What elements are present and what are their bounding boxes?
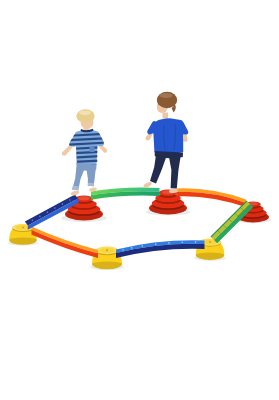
- orange-front-beam-top-face: [32, 227, 99, 254]
- balance-beam-orange-back: [177, 188, 247, 207]
- toddler-pocket: [90, 147, 95, 153]
- toddler: [62, 109, 109, 196]
- boy-pants: [150, 151, 183, 189]
- boy-back-leg: [150, 155, 166, 184]
- balance-course-scene: [0, 0, 279, 400]
- balance-beam-orange-front-left: [32, 227, 99, 259]
- boy: [143, 92, 188, 194]
- boy-front-leg: [169, 156, 181, 189]
- olive-beam-side-face: [214, 204, 253, 243]
- balance-beam-blue-front: [116, 240, 205, 258]
- orange-back-beam-side-face: [177, 192, 247, 208]
- boy-back-foot: [143, 181, 153, 188]
- blue-front-beam-side-face: [116, 244, 205, 258]
- product-photo: [0, 0, 279, 400]
- balance-beam-green-back: [91, 188, 160, 200]
- toddler-hair: [76, 109, 94, 123]
- boy-shirt: [147, 118, 188, 154]
